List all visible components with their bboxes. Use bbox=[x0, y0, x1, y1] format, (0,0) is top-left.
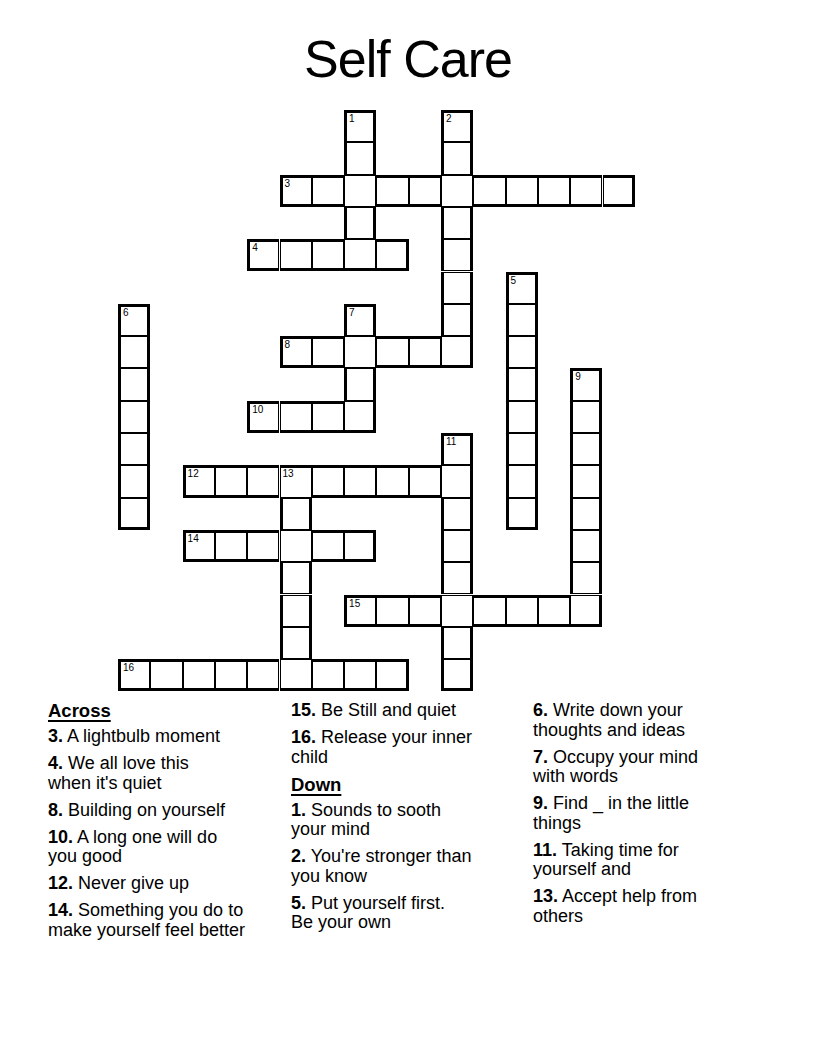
cell-11-0[interactable] bbox=[118, 465, 150, 497]
cell-5-12[interactable]: 5 bbox=[506, 272, 538, 304]
clue-5: 5. Put yourself first.Be your own bbox=[291, 894, 513, 933]
cell-16-10[interactable] bbox=[441, 627, 473, 659]
cell-15-14[interactable] bbox=[570, 595, 602, 627]
clue-number: 10. bbox=[48, 827, 73, 847]
cell-7-7[interactable] bbox=[344, 336, 376, 368]
clue-number: 9. bbox=[533, 793, 548, 813]
cell-11-4[interactable] bbox=[247, 465, 279, 497]
cell-4-10[interactable] bbox=[441, 239, 473, 271]
cell-2-12[interactable] bbox=[506, 175, 538, 207]
cell-8-7[interactable] bbox=[344, 368, 376, 400]
cell-12-12[interactable] bbox=[506, 498, 538, 530]
clue-number: 6. bbox=[533, 700, 548, 720]
cell-7-8[interactable] bbox=[376, 336, 408, 368]
clue-number: 1. bbox=[291, 800, 306, 820]
cell-number: 12 bbox=[188, 468, 199, 479]
cell-number: 16 bbox=[123, 662, 134, 673]
cell-11-14[interactable] bbox=[570, 465, 602, 497]
cell-number: 14 bbox=[188, 533, 199, 544]
cell-9-4[interactable]: 10 bbox=[247, 401, 279, 433]
cell-7-0[interactable] bbox=[118, 336, 150, 368]
cell-11-6[interactable] bbox=[312, 465, 344, 497]
cell-13-14[interactable] bbox=[570, 530, 602, 562]
cell-17-4[interactable] bbox=[247, 659, 279, 691]
cell-2-14[interactable] bbox=[570, 175, 602, 207]
cell-8-0[interactable] bbox=[118, 368, 150, 400]
clue-3: 3. A lightbulb moment bbox=[48, 727, 290, 747]
clue-number: 7. bbox=[533, 747, 548, 767]
cell-number: 13 bbox=[283, 468, 294, 479]
cell-17-7[interactable] bbox=[344, 659, 376, 691]
cell-2-6[interactable] bbox=[312, 175, 344, 207]
cell-4-4[interactable]: 4 bbox=[247, 239, 279, 271]
clues-column-1: Across3. A lightbulb moment4. We all lov… bbox=[48, 701, 290, 948]
cell-13-2[interactable]: 14 bbox=[183, 530, 215, 562]
clue-number: 12. bbox=[48, 873, 73, 893]
cell-13-10[interactable] bbox=[441, 530, 473, 562]
cell-10-12[interactable] bbox=[506, 433, 538, 465]
puzzle-title: Self Care bbox=[0, 30, 816, 88]
cell-7-12[interactable] bbox=[506, 336, 538, 368]
cell-15-9[interactable] bbox=[409, 595, 441, 627]
cell-17-2[interactable] bbox=[183, 659, 215, 691]
cell-3-7[interactable] bbox=[344, 207, 376, 239]
clue-number: 13. bbox=[533, 886, 558, 906]
clue-number: 2. bbox=[291, 846, 306, 866]
cell-2-9[interactable] bbox=[409, 175, 441, 207]
cell-number: 15 bbox=[349, 598, 360, 609]
clue-number: 16. bbox=[291, 727, 316, 747]
cell-9-14[interactable] bbox=[570, 401, 602, 433]
cell-2-15[interactable] bbox=[603, 175, 635, 207]
cell-8-12[interactable] bbox=[506, 368, 538, 400]
cell-17-6[interactable] bbox=[312, 659, 344, 691]
cell-number: 3 bbox=[285, 178, 291, 189]
cell-10-14[interactable] bbox=[570, 433, 602, 465]
crossword-grid: 12345678910111213141516 bbox=[118, 110, 635, 692]
clues-column-2: 15. Be Still and quiet16. Release your i… bbox=[291, 701, 513, 940]
cell-17-10[interactable] bbox=[441, 659, 473, 691]
cell-number: 1 bbox=[349, 113, 355, 124]
cell-12-5[interactable] bbox=[280, 498, 312, 530]
cell-7-5[interactable]: 8 bbox=[280, 336, 312, 368]
clue-6: 6. Write down yourthoughts and ideas bbox=[533, 701, 745, 740]
cell-6-7[interactable]: 7 bbox=[344, 304, 376, 336]
clue-16: 16. Release your innerchild bbox=[291, 728, 513, 767]
cell-4-6[interactable] bbox=[312, 239, 344, 271]
cell-17-5[interactable] bbox=[280, 659, 312, 691]
clue-number: 4. bbox=[48, 753, 63, 773]
cell-number: 10 bbox=[252, 404, 263, 415]
clue-13: 13. Accept help fromothers bbox=[533, 887, 745, 926]
cell-number: 6 bbox=[123, 307, 129, 318]
clue-10: 10. A long one will doyou good bbox=[48, 828, 290, 867]
cell-11-5[interactable]: 13 bbox=[280, 465, 312, 497]
cell-2-7[interactable] bbox=[344, 175, 376, 207]
cell-5-10[interactable] bbox=[441, 272, 473, 304]
clue-number: 3. bbox=[48, 726, 63, 746]
cell-12-14[interactable] bbox=[570, 498, 602, 530]
cell-14-10[interactable] bbox=[441, 562, 473, 594]
cell-15-8[interactable] bbox=[376, 595, 408, 627]
cell-9-6[interactable] bbox=[312, 401, 344, 433]
cell-6-0[interactable]: 6 bbox=[118, 304, 150, 336]
cell-17-1[interactable] bbox=[150, 659, 182, 691]
clue-number: 15. bbox=[291, 700, 316, 720]
cell-9-12[interactable] bbox=[506, 401, 538, 433]
cell-0-10[interactable]: 2 bbox=[441, 110, 473, 142]
cell-2-13[interactable] bbox=[538, 175, 570, 207]
cell-17-3[interactable] bbox=[215, 659, 247, 691]
cell-12-10[interactable] bbox=[441, 498, 473, 530]
cell-0-7[interactable]: 1 bbox=[344, 110, 376, 142]
clue-number: 14. bbox=[48, 900, 73, 920]
cell-14-14[interactable] bbox=[570, 562, 602, 594]
cell-11-9[interactable] bbox=[409, 465, 441, 497]
cell-1-10[interactable] bbox=[441, 142, 473, 174]
cell-4-7[interactable] bbox=[344, 239, 376, 271]
cell-13-6[interactable] bbox=[312, 530, 344, 562]
cell-15-5[interactable] bbox=[280, 595, 312, 627]
cell-2-10[interactable] bbox=[441, 175, 473, 207]
cell-10-0[interactable] bbox=[118, 433, 150, 465]
cell-6-12[interactable] bbox=[506, 304, 538, 336]
cell-2-8[interactable] bbox=[376, 175, 408, 207]
cell-13-3[interactable] bbox=[215, 530, 247, 562]
cell-14-5[interactable] bbox=[280, 562, 312, 594]
cell-11-3[interactable] bbox=[215, 465, 247, 497]
clue-11: 11. Taking time foryourself and bbox=[533, 841, 745, 880]
cell-number: 11 bbox=[446, 436, 456, 447]
cell-7-6[interactable] bbox=[312, 336, 344, 368]
cell-10-10[interactable]: 11 bbox=[441, 433, 473, 465]
clues-down-header: Down bbox=[291, 775, 513, 795]
cell-13-5[interactable] bbox=[280, 530, 312, 562]
cell-4-8[interactable] bbox=[376, 239, 408, 271]
clue-4: 4. We all love thiswhen it's quiet bbox=[48, 754, 290, 793]
page: Self Care 12345678910111213141516 Across… bbox=[0, 0, 816, 1056]
cell-11-12[interactable] bbox=[506, 465, 538, 497]
cell-17-8[interactable] bbox=[376, 659, 408, 691]
cell-number: 5 bbox=[511, 275, 517, 286]
clue-7: 7. Occupy your mindwith words bbox=[533, 748, 745, 787]
cell-13-7[interactable] bbox=[344, 530, 376, 562]
cell-number: 2 bbox=[446, 113, 452, 124]
cell-4-5[interactable] bbox=[280, 239, 312, 271]
cell-number: 7 bbox=[349, 307, 355, 318]
clue-number: 8. bbox=[48, 800, 63, 820]
cell-11-8[interactable] bbox=[376, 465, 408, 497]
cell-11-10[interactable] bbox=[441, 465, 473, 497]
clues-column-3: 6. Write down yourthoughts and ideas7. O… bbox=[533, 701, 745, 934]
cell-6-10[interactable] bbox=[441, 304, 473, 336]
clues-across-header: Across bbox=[48, 701, 290, 721]
cell-9-0[interactable] bbox=[118, 401, 150, 433]
cell-11-7[interactable] bbox=[344, 465, 376, 497]
cell-15-12[interactable] bbox=[506, 595, 538, 627]
cell-12-0[interactable] bbox=[118, 498, 150, 530]
cell-15-13[interactable] bbox=[538, 595, 570, 627]
clue-2: 2. You're stronger thanyou know bbox=[291, 847, 513, 886]
clue-number: 11. bbox=[533, 840, 557, 860]
clue-15: 15. Be Still and quiet bbox=[291, 701, 513, 721]
cell-1-7[interactable] bbox=[344, 142, 376, 174]
cell-2-11[interactable] bbox=[473, 175, 505, 207]
cell-3-10[interactable] bbox=[441, 207, 473, 239]
cell-15-10[interactable] bbox=[441, 595, 473, 627]
cell-7-9[interactable] bbox=[409, 336, 441, 368]
cell-16-5[interactable] bbox=[280, 627, 312, 659]
cell-number: 4 bbox=[252, 242, 258, 253]
cell-11-2[interactable]: 12 bbox=[183, 465, 215, 497]
clue-12: 12. Never give up bbox=[48, 874, 290, 894]
cell-number: 9 bbox=[575, 371, 581, 382]
cell-15-7[interactable]: 15 bbox=[344, 595, 376, 627]
cell-9-5[interactable] bbox=[280, 401, 312, 433]
cell-13-4[interactable] bbox=[247, 530, 279, 562]
cell-8-14[interactable]: 9 bbox=[570, 368, 602, 400]
clue-number: 5. bbox=[291, 893, 306, 913]
clue-8: 8. Building on yourself bbox=[48, 801, 290, 821]
clue-9: 9. Find _ in the littlethings bbox=[533, 794, 745, 833]
cell-15-11[interactable] bbox=[473, 595, 505, 627]
clue-1: 1. Sounds to soothyour mind bbox=[291, 801, 513, 840]
cell-7-10[interactable] bbox=[441, 336, 473, 368]
cell-2-5[interactable]: 3 bbox=[280, 175, 312, 207]
clue-14: 14. Something you do tomake yourself fee… bbox=[48, 901, 290, 940]
cell-9-7[interactable] bbox=[344, 401, 376, 433]
cell-number: 8 bbox=[285, 339, 291, 350]
cell-17-0[interactable]: 16 bbox=[118, 659, 150, 691]
